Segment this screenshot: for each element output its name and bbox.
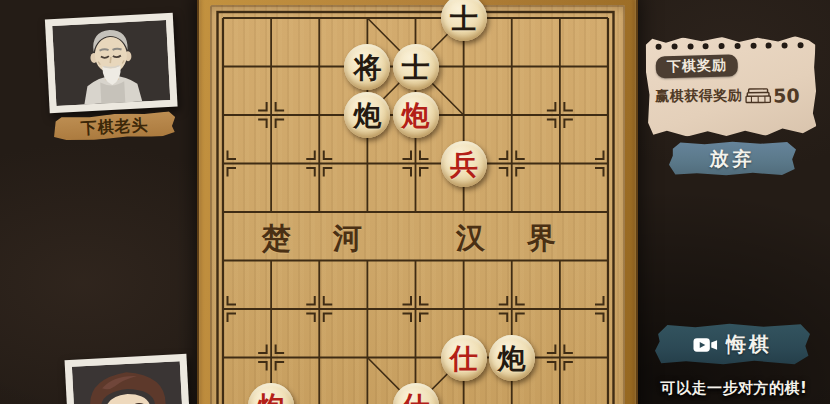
reward-title: 下棋奖励 bbox=[667, 57, 727, 75]
reward-description: 赢棋获得奖励 bbox=[655, 87, 742, 106]
paper-punch-holes bbox=[656, 42, 804, 50]
reward-amount: 50 bbox=[773, 84, 800, 106]
xiangqi-piece-red[interactable]: 仕 bbox=[441, 335, 487, 381]
punch-hole-icon bbox=[703, 43, 709, 49]
punch-hole-icon bbox=[782, 42, 788, 48]
punch-hole-icon bbox=[719, 43, 725, 49]
xiangqi-piece-red[interactable]: 炮 bbox=[393, 92, 439, 138]
player-name-banner: 下棋老头 bbox=[53, 111, 176, 142]
punch-hole-icon bbox=[797, 42, 803, 48]
xiangqi-piece-black[interactable]: 士 bbox=[393, 44, 439, 90]
punch-hole-icon bbox=[734, 43, 740, 49]
player-photo-frame bbox=[45, 13, 178, 114]
undo-move-button[interactable]: 悔棋 bbox=[655, 323, 810, 365]
young-man-avatar bbox=[72, 361, 182, 404]
punch-hole-icon bbox=[766, 43, 772, 49]
xiangqi-piece-black[interactable]: 将 bbox=[344, 44, 390, 90]
player-card-bottom bbox=[65, 354, 190, 404]
punch-hole-icon bbox=[750, 43, 756, 49]
give-up-button[interactable]: 放弃 bbox=[669, 141, 796, 176]
money-stack-icon bbox=[745, 86, 772, 106]
give-up-label: 放弃 bbox=[710, 146, 756, 172]
reward-title-badge: 下棋奖励 bbox=[656, 54, 739, 78]
hint-text: 可以走一步对方的棋! bbox=[634, 379, 830, 398]
player-card-top: 下棋老头 bbox=[45, 13, 179, 143]
reward-paper-note: 下棋奖励 赢棋获得奖励 50 bbox=[645, 35, 816, 137]
punch-hole-icon bbox=[687, 43, 693, 49]
xiangqi-piece-red[interactable]: 兵 bbox=[441, 141, 487, 187]
punch-hole-icon bbox=[671, 44, 677, 50]
old-man-avatar bbox=[52, 20, 170, 106]
video-icon bbox=[693, 336, 718, 354]
punch-hole-icon bbox=[656, 44, 662, 50]
player-photo-frame bbox=[65, 354, 190, 404]
reward-line: 赢棋获得奖励 50 bbox=[655, 84, 800, 108]
xiangqi-piece-black[interactable]: 炮 bbox=[489, 335, 535, 381]
undo-label: 悔棋 bbox=[726, 331, 772, 358]
player-name: 下棋老头 bbox=[80, 115, 149, 138]
